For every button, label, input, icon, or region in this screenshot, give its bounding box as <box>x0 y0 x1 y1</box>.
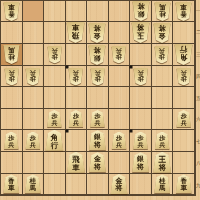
piece-face: 歩兵 <box>25 68 41 86</box>
square-2-6[interactable] <box>152 109 174 130</box>
square-1-4[interactable]: 歩兵 <box>173 66 195 87</box>
piece-face: 銀将 <box>88 45 106 65</box>
square-9-4[interactable]: 歩兵 <box>1 66 23 87</box>
piece-sente-king[interactable]: 王将 <box>153 152 172 173</box>
piece-kanji: 馬 <box>30 185 37 192</box>
piece-gote-gold[interactable]: 金将 <box>153 23 171 43</box>
piece-face: 金将 <box>153 23 171 43</box>
piece-face: 桂馬 <box>154 2 171 21</box>
square-4-9[interactable]: 金将 <box>109 174 131 195</box>
square-9-8[interactable] <box>1 152 23 174</box>
piece-kanji: 兵 <box>94 120 100 127</box>
piece-face: 歩兵 <box>111 46 127 64</box>
square-6-2[interactable]: 飛車 <box>66 22 88 44</box>
square-5-7[interactable]: 銀将 <box>87 130 109 152</box>
square-4-5[interactable] <box>109 87 131 108</box>
square-7-5[interactable] <box>44 87 66 108</box>
piece-gote-lance[interactable]: 香車 <box>175 2 192 21</box>
rank-label: 五 <box>196 87 200 109</box>
piece-kanji: 将 <box>94 46 101 54</box>
square-1-6[interactable]: 歩兵 <box>173 109 195 130</box>
piece-face: 金将 <box>88 152 106 172</box>
piece-kanji: 兵 <box>8 69 14 76</box>
piece-face: 金将 <box>110 174 128 194</box>
rank-label: 二 <box>196 22 200 44</box>
piece-sente-gold[interactable]: 金将 <box>110 174 128 194</box>
square-9-1[interactable]: 香車 <box>1 1 23 22</box>
piece-face: 玉将 <box>131 22 150 43</box>
piece-sente-pawn[interactable]: 歩兵 <box>4 132 20 150</box>
square-7-1[interactable] <box>44 1 66 22</box>
piece-face: 香車 <box>3 174 20 193</box>
piece-face: 歩兵 <box>176 110 192 128</box>
square-8-4[interactable]: 歩兵 <box>23 66 45 87</box>
piece-face: 歩兵 <box>176 68 192 86</box>
square-6-8[interactable]: 飛車 <box>66 152 88 174</box>
square-2-2[interactable]: 金将 <box>152 22 174 44</box>
piece-face: 銀将 <box>132 152 150 172</box>
square-3-9[interactable] <box>130 174 152 195</box>
square-2-3[interactable]: 歩兵 <box>152 44 174 66</box>
square-7-6[interactable]: 歩兵 <box>44 109 66 130</box>
square-4-4[interactable] <box>109 66 131 87</box>
piece-kanji: 将 <box>137 23 145 31</box>
piece-kanji: 兵 <box>51 120 57 127</box>
piece-gote-pawn[interactable]: 歩兵 <box>25 68 41 86</box>
piece-kanji: 馬 <box>159 185 166 192</box>
square-2-1[interactable]: 桂馬 <box>152 1 174 22</box>
square-7-4[interactable] <box>44 66 66 87</box>
square-6-5[interactable] <box>66 87 88 108</box>
piece-kanji: 兵 <box>181 69 187 76</box>
square-1-9[interactable]: 香車 <box>173 174 195 195</box>
square-7-3[interactable]: 歩兵 <box>44 44 66 66</box>
piece-sente-pawn[interactable]: 歩兵 <box>25 132 41 150</box>
square-6-9[interactable] <box>66 174 88 195</box>
square-7-2[interactable] <box>44 22 66 44</box>
piece-face: 歩兵 <box>47 46 63 64</box>
piece-face: 香車 <box>175 174 192 193</box>
square-4-2[interactable] <box>109 22 131 44</box>
piece-kanji: 玉 <box>137 31 145 39</box>
square-2-7[interactable]: 歩兵 <box>152 130 174 152</box>
square-8-7[interactable]: 歩兵 <box>23 130 45 152</box>
piece-sente-pawn[interactable]: 歩兵 <box>47 110 63 128</box>
piece-kanji: 行 <box>51 142 59 150</box>
square-5-4[interactable]: 歩兵 <box>87 66 109 87</box>
square-6-3[interactable] <box>66 44 88 66</box>
piece-kanji: 将 <box>158 164 166 172</box>
piece-sente-pawn[interactable]: 歩兵 <box>111 132 127 150</box>
piece-face: 飛車 <box>66 22 85 43</box>
square-9-2[interactable] <box>1 22 23 44</box>
piece-kanji: 銀 <box>137 10 144 18</box>
square-3-3[interactable] <box>130 44 152 66</box>
piece-kanji: 兵 <box>116 47 122 54</box>
piece-face: 香車 <box>3 2 20 21</box>
piece-sente-bishop[interactable]: 角行 <box>45 130 64 151</box>
piece-kanji: 兵 <box>138 142 144 149</box>
piece-gote-pawn[interactable]: 歩兵 <box>154 46 170 64</box>
piece-sente-lance[interactable]: 香車 <box>175 174 192 193</box>
piece-gote-knight[interactable]: 桂馬 <box>3 45 20 64</box>
square-4-7[interactable]: 歩兵 <box>109 130 131 152</box>
rank-label: 九 <box>196 174 200 196</box>
piece-gote-pawn[interactable]: 歩兵 <box>111 46 127 64</box>
square-2-5[interactable] <box>152 87 174 108</box>
piece-kanji: 銀 <box>94 53 101 61</box>
square-1-7[interactable] <box>173 130 195 152</box>
shogi-board: 香車銀将桂馬香車飛車金将玉将金将桂馬歩兵銀将歩兵歩兵角行歩兵歩兵歩兵歩兵歩兵歩兵… <box>0 0 196 196</box>
piece-kanji: 将 <box>137 164 144 172</box>
piece-sente-gold[interactable]: 金将 <box>88 152 106 172</box>
piece-kanji: 角 <box>180 53 188 61</box>
piece-sente-pawn[interactable]: 歩兵 <box>90 110 106 128</box>
piece-face: 桂馬 <box>24 174 41 193</box>
piece-sente-silver[interactable]: 銀将 <box>132 152 150 172</box>
square-3-2[interactable]: 玉将 <box>130 22 152 44</box>
piece-face: 角行 <box>45 130 64 151</box>
square-7-8[interactable] <box>44 152 66 174</box>
piece-face: 角行 <box>174 44 193 65</box>
rank-label: 六 <box>196 109 200 131</box>
piece-face: 歩兵 <box>68 110 84 128</box>
square-1-1[interactable]: 香車 <box>173 1 195 22</box>
square-9-7[interactable]: 歩兵 <box>1 130 23 152</box>
piece-face: 歩兵 <box>154 46 170 64</box>
piece-face: 銀将 <box>88 130 106 150</box>
rank-label: 七 <box>196 131 200 153</box>
square-9-5[interactable] <box>1 87 23 108</box>
square-1-3[interactable]: 角行 <box>173 44 195 66</box>
piece-face: 歩兵 <box>4 68 20 86</box>
square-2-9[interactable]: 桂馬 <box>152 174 174 195</box>
piece-kanji: 兵 <box>94 69 100 76</box>
piece-kanji: 兵 <box>116 142 122 149</box>
piece-gote-silver[interactable]: 銀将 <box>132 1 150 21</box>
piece-kanji: 馬 <box>8 46 15 53</box>
rank-label: 三 <box>196 44 200 66</box>
rank-label: 八 <box>196 152 200 174</box>
piece-gote-silver[interactable]: 銀将 <box>88 45 106 65</box>
piece-kanji: 金 <box>159 31 166 39</box>
piece-face: 歩兵 <box>133 68 149 86</box>
piece-gote-gold[interactable]: 金将 <box>88 23 106 43</box>
square-5-6[interactable]: 歩兵 <box>87 109 109 130</box>
piece-kanji: 車 <box>8 185 15 192</box>
square-4-1[interactable] <box>109 1 131 22</box>
piece-sente-knight[interactable]: 桂馬 <box>24 174 41 193</box>
piece-kanji: 兵 <box>159 47 165 54</box>
piece-kanji: 将 <box>116 185 123 193</box>
square-3-4[interactable]: 歩兵 <box>130 66 152 87</box>
square-1-8[interactable] <box>173 152 195 174</box>
square-6-7[interactable] <box>66 130 88 152</box>
piece-sente-pawn[interactable]: 歩兵 <box>133 132 149 150</box>
piece-kanji: 兵 <box>138 69 144 76</box>
piece-face: 歩兵 <box>25 132 41 150</box>
square-5-8[interactable]: 金将 <box>87 152 109 174</box>
piece-face: 歩兵 <box>154 132 170 150</box>
square-8-5[interactable] <box>23 87 45 108</box>
rank-label-strip: 一二三四五六七八九 <box>196 0 200 196</box>
piece-gote-pawn[interactable]: 歩兵 <box>68 68 84 86</box>
square-2-8[interactable]: 王将 <box>152 152 174 174</box>
piece-kanji: 金 <box>94 31 101 39</box>
piece-face: 香車 <box>175 2 192 21</box>
piece-kanji: 行 <box>180 45 188 53</box>
piece-kanji: 兵 <box>51 47 57 54</box>
piece-kanji: 桂 <box>8 53 15 60</box>
square-5-9[interactable] <box>87 174 109 195</box>
piece-face: 銀将 <box>132 1 150 21</box>
piece-face: 飛車 <box>66 152 85 173</box>
square-3-8[interactable]: 銀将 <box>130 152 152 174</box>
piece-gote-knight[interactable]: 桂馬 <box>154 2 171 21</box>
square-3-6[interactable] <box>130 109 152 130</box>
square-8-9[interactable]: 桂馬 <box>23 174 45 195</box>
piece-kanji: 車 <box>180 3 187 10</box>
square-6-4[interactable]: 歩兵 <box>66 66 88 87</box>
piece-gote-pawn[interactable]: 歩兵 <box>90 68 106 86</box>
piece-face: 歩兵 <box>90 110 106 128</box>
square-4-8[interactable] <box>109 152 131 174</box>
square-4-3[interactable]: 歩兵 <box>109 44 131 66</box>
square-6-6[interactable]: 歩兵 <box>66 109 88 130</box>
piece-face: 歩兵 <box>111 132 127 150</box>
square-4-6[interactable] <box>109 109 131 130</box>
piece-gote-lance[interactable]: 香車 <box>3 2 20 21</box>
square-5-2[interactable]: 金将 <box>87 22 109 44</box>
square-9-3[interactable]: 桂馬 <box>1 44 23 66</box>
piece-sente-pawn[interactable]: 歩兵 <box>154 132 170 150</box>
piece-sente-pawn[interactable]: 歩兵 <box>68 110 84 128</box>
piece-kanji: 将 <box>94 24 101 32</box>
square-8-8[interactable] <box>23 152 45 174</box>
piece-kanji: 兵 <box>73 120 79 127</box>
piece-face: 歩兵 <box>68 68 84 86</box>
piece-kanji: 車 <box>72 164 80 172</box>
square-1-2[interactable] <box>173 22 195 44</box>
square-8-2[interactable] <box>23 22 45 44</box>
square-8-1[interactable] <box>23 1 45 22</box>
piece-gote-pawn[interactable]: 歩兵 <box>4 68 20 86</box>
square-8-3[interactable] <box>23 44 45 66</box>
piece-face: 金将 <box>88 23 106 43</box>
square-2-4[interactable] <box>152 66 174 87</box>
piece-gote-bishop[interactable]: 角行 <box>174 44 193 65</box>
square-5-3[interactable]: 銀将 <box>87 44 109 66</box>
square-3-5[interactable] <box>130 87 152 108</box>
piece-kanji: 飛 <box>72 31 80 39</box>
square-3-7[interactable]: 歩兵 <box>130 130 152 152</box>
piece-kanji: 兵 <box>181 120 187 127</box>
piece-sente-lance[interactable]: 香車 <box>3 174 20 193</box>
square-9-6[interactable] <box>1 109 23 130</box>
square-7-7[interactable]: 角行 <box>44 130 66 152</box>
rank-label: 四 <box>196 65 200 87</box>
piece-kanji: 車 <box>8 3 15 10</box>
piece-sente-rook[interactable]: 飛車 <box>66 152 85 173</box>
piece-gote-king[interactable]: 玉将 <box>131 22 150 43</box>
square-7-9[interactable] <box>44 174 66 195</box>
piece-kanji: 兵 <box>30 69 36 76</box>
square-1-5[interactable] <box>173 87 195 108</box>
piece-kanji: 将 <box>137 2 144 10</box>
piece-face: 王将 <box>153 152 172 173</box>
piece-kanji: 馬 <box>159 3 166 10</box>
piece-kanji: 兵 <box>8 142 14 149</box>
piece-kanji: 兵 <box>159 142 165 149</box>
square-3-1[interactable]: 銀将 <box>130 1 152 22</box>
square-8-6[interactable] <box>23 109 45 130</box>
piece-face: 桂馬 <box>3 45 20 64</box>
piece-face: 歩兵 <box>47 110 63 128</box>
rank-label: 一 <box>196 0 200 22</box>
piece-kanji: 車 <box>180 185 187 192</box>
piece-face: 歩兵 <box>4 132 20 150</box>
piece-kanji: 将 <box>94 164 101 172</box>
piece-gote-pawn[interactable]: 歩兵 <box>176 68 192 86</box>
piece-kanji: 兵 <box>73 69 79 76</box>
piece-kanji: 将 <box>159 24 166 32</box>
square-9-9[interactable]: 香車 <box>1 174 23 195</box>
piece-sente-pawn[interactable]: 歩兵 <box>176 110 192 128</box>
square-5-1[interactable] <box>87 1 109 22</box>
piece-gote-rook[interactable]: 飛車 <box>66 22 85 43</box>
star-point <box>65 130 68 133</box>
piece-face: 桂馬 <box>154 174 171 193</box>
piece-sente-knight[interactable]: 桂馬 <box>154 174 171 193</box>
piece-sente-silver[interactable]: 銀将 <box>88 130 106 150</box>
piece-gote-pawn[interactable]: 歩兵 <box>133 68 149 86</box>
piece-kanji: 兵 <box>30 142 36 149</box>
piece-face: 歩兵 <box>133 132 149 150</box>
piece-kanji: 将 <box>94 142 101 150</box>
square-5-5[interactable] <box>87 87 109 108</box>
piece-kanji: 車 <box>72 23 80 31</box>
shogi-app: 香車銀将桂馬香車飛車金将玉将金将桂馬歩兵銀将歩兵歩兵角行歩兵歩兵歩兵歩兵歩兵歩兵… <box>0 0 200 200</box>
square-6-1[interactable] <box>66 1 88 22</box>
piece-gote-pawn[interactable]: 歩兵 <box>47 46 63 64</box>
piece-face: 歩兵 <box>90 68 106 86</box>
